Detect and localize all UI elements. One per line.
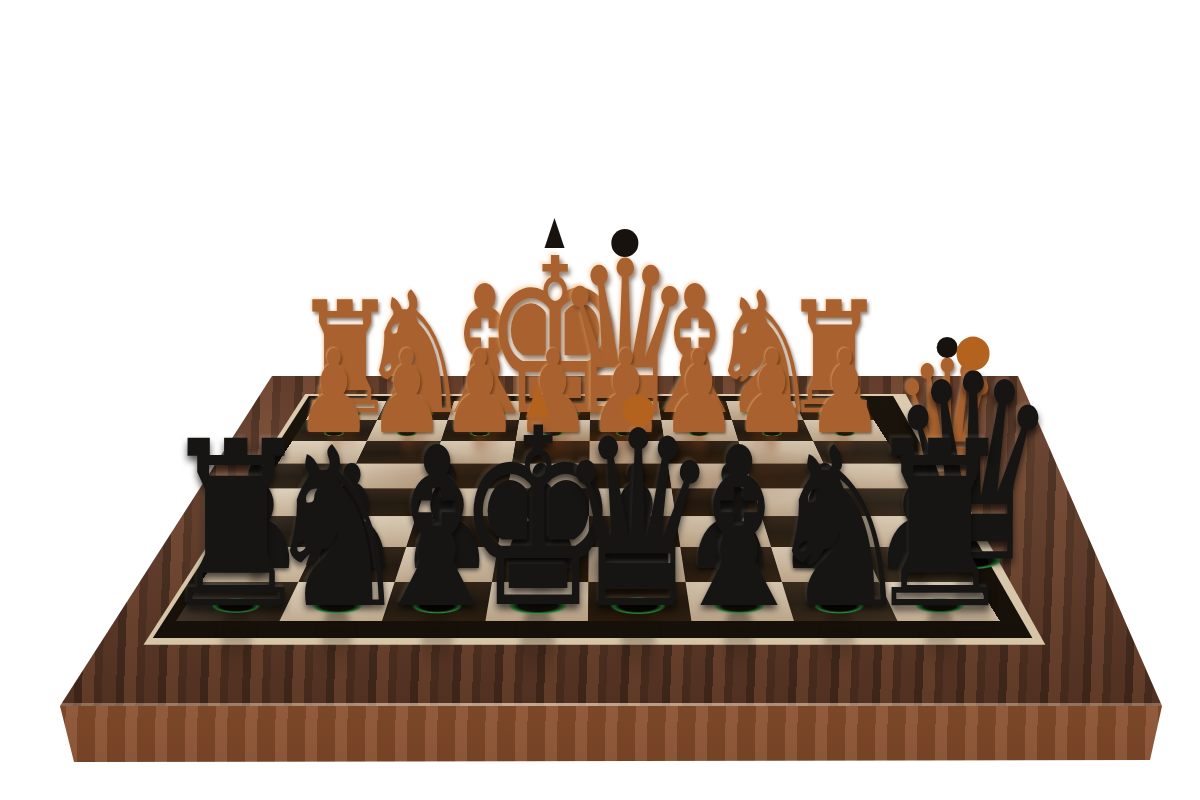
square-e3 [511,441,589,464]
square-b5 [753,488,848,516]
square-c3 [664,441,745,464]
finial-ball [611,229,639,257]
square-g6 [315,516,416,547]
square-b3 [738,441,823,464]
square-d2 [590,420,664,441]
square-b8 [782,582,897,621]
finial-ball [956,337,990,371]
board-front-edge-highlight [0,0,1200,800]
square-d5 [589,488,675,516]
square-f4 [425,463,511,488]
square-h3 [278,441,367,464]
square-g1 [377,401,454,420]
square-h5 [244,488,344,516]
board-apron-side-face [0,0,1200,800]
square-e8 [485,582,588,621]
square-e2 [515,420,590,441]
square-d8 [588,582,691,621]
square-h4 [262,463,356,488]
square-a2 [803,420,887,441]
square-d1 [590,401,661,420]
square-f5 [416,488,507,516]
chess-set-photo: ♜♞♝♚♛♝♞♜♟♟♟♟♟♟♟♟♟♟♟♟♟♟♟♟♜♞♝♚♛♝♞♜♛♛ [0,0,1200,800]
square-g7 [298,547,406,582]
square-a8 [879,582,1000,621]
square-a7 [862,547,975,582]
square-e6 [497,516,589,547]
square-h6 [224,516,330,547]
square-c8 [685,582,794,621]
board-sheen-reflections-overlay [0,0,1200,800]
square-d3 [589,441,667,464]
square-e5 [503,488,590,516]
square-f7 [395,547,498,582]
square-g4 [343,463,433,488]
square-b6 [762,516,863,547]
square-f6 [406,516,502,547]
square-h2 [292,420,376,441]
square-b1 [726,401,803,420]
square-d4 [589,463,671,488]
board-black-border-band [0,0,1200,800]
felt-base-shadow [922,469,971,485]
square-c7 [680,547,782,582]
square-c2 [661,420,738,441]
square-h1 [306,401,386,420]
square-b7 [771,547,878,582]
square-e7 [492,547,589,582]
square-f3 [434,441,516,464]
square-a6 [848,516,954,547]
finial-ball [936,337,957,358]
square-a4 [823,463,917,488]
square-a5 [835,488,934,516]
square-d7 [588,547,685,582]
square-c1 [658,401,732,420]
square-d6 [589,516,680,547]
finial-cone [545,218,565,248]
square-c5 [671,488,761,516]
board-maple-inlay-line [0,0,1200,800]
chess-board-squares-grid [176,401,1000,621]
square-f2 [441,420,519,441]
board-frame-rosewood [0,0,1200,800]
square-h8 [176,582,298,621]
square-c4 [667,463,753,488]
square-e4 [507,463,589,488]
square-g8 [279,582,395,621]
square-a3 [813,441,902,464]
square-g2 [367,420,448,441]
square-g5 [330,488,425,516]
square-e1 [519,401,590,420]
square-f1 [448,401,522,420]
square-h7 [201,547,315,582]
square-g3 [356,441,441,464]
square-b4 [745,463,835,488]
square-a1 [794,401,874,420]
square-c6 [675,516,771,547]
square-f8 [382,582,492,621]
square-b2 [732,420,813,441]
